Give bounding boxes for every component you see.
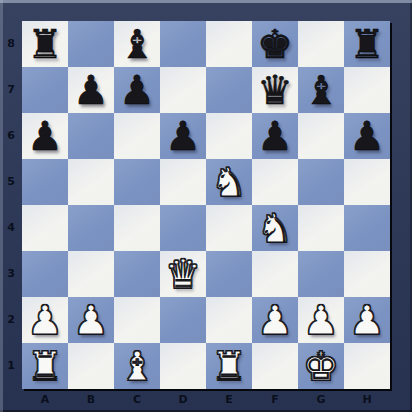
- square-d2[interactable]: [160, 297, 206, 343]
- piece-black-pawn-a6[interactable]: ♟: [27, 113, 63, 159]
- square-b3[interactable]: [68, 251, 114, 297]
- square-f3[interactable]: [252, 251, 298, 297]
- square-d7[interactable]: [160, 67, 206, 113]
- piece-black-pawn-b7[interactable]: ♟: [73, 67, 109, 113]
- file-label-b: B: [68, 391, 114, 409]
- square-a8[interactable]: ♜: [22, 21, 68, 67]
- square-h6[interactable]: ♟: [344, 113, 390, 159]
- rank-label-8: 8: [0, 21, 22, 67]
- square-c1[interactable]: ♝: [114, 343, 160, 389]
- square-e3[interactable]: [206, 251, 252, 297]
- square-d8[interactable]: [160, 21, 206, 67]
- square-b5[interactable]: [68, 159, 114, 205]
- square-f6[interactable]: ♟: [252, 113, 298, 159]
- piece-black-king-f8[interactable]: ♚: [257, 21, 293, 67]
- square-h1[interactable]: [344, 343, 390, 389]
- square-d5[interactable]: [160, 159, 206, 205]
- piece-white-pawn-a2[interactable]: ♟: [27, 297, 63, 343]
- piece-black-pawn-f6[interactable]: ♟: [257, 113, 293, 159]
- square-f4[interactable]: ♞: [252, 205, 298, 251]
- piece-white-pawn-g2[interactable]: ♟: [303, 297, 339, 343]
- piece-white-queen-d3[interactable]: ♛: [165, 251, 201, 297]
- square-h7[interactable]: [344, 67, 390, 113]
- square-b8[interactable]: [68, 21, 114, 67]
- square-h5[interactable]: [344, 159, 390, 205]
- board-frame: ♜♝♚♜♟♟♛♝♟♟♟♟♞♞♛♟♟♟♟♟♜♝♜♚ 87654321ABCDEFG…: [0, 0, 412, 412]
- piece-black-queen-f7[interactable]: ♛: [257, 67, 293, 113]
- file-label-c: C: [114, 391, 160, 409]
- piece-black-rook-a8[interactable]: ♜: [27, 21, 63, 67]
- file-label-f: F: [252, 391, 298, 409]
- square-g5[interactable]: [298, 159, 344, 205]
- file-label-h: H: [344, 391, 390, 409]
- file-label-g: G: [298, 391, 344, 409]
- square-e5[interactable]: ♞: [206, 159, 252, 205]
- square-e8[interactable]: [206, 21, 252, 67]
- square-b6[interactable]: [68, 113, 114, 159]
- square-c4[interactable]: [114, 205, 160, 251]
- square-d1[interactable]: [160, 343, 206, 389]
- piece-black-bishop-g7[interactable]: ♝: [303, 67, 339, 113]
- piece-white-pawn-h2[interactable]: ♟: [349, 297, 385, 343]
- square-a5[interactable]: [22, 159, 68, 205]
- file-label-e: E: [206, 391, 252, 409]
- square-g7[interactable]: ♝: [298, 67, 344, 113]
- square-d3[interactable]: ♛: [160, 251, 206, 297]
- piece-white-pawn-b2[interactable]: ♟: [73, 297, 109, 343]
- rank-label-6: 6: [0, 113, 22, 159]
- square-c5[interactable]: [114, 159, 160, 205]
- square-a4[interactable]: [22, 205, 68, 251]
- square-a2[interactable]: ♟: [22, 297, 68, 343]
- piece-white-king-g1[interactable]: ♚: [303, 343, 339, 389]
- square-d4[interactable]: [160, 205, 206, 251]
- square-c8[interactable]: ♝: [114, 21, 160, 67]
- file-label-d: D: [160, 391, 206, 409]
- square-h8[interactable]: ♜: [344, 21, 390, 67]
- square-f2[interactable]: ♟: [252, 297, 298, 343]
- square-c7[interactable]: ♟: [114, 67, 160, 113]
- square-a3[interactable]: [22, 251, 68, 297]
- square-e1[interactable]: ♜: [206, 343, 252, 389]
- square-h2[interactable]: ♟: [344, 297, 390, 343]
- piece-white-pawn-f2[interactable]: ♟: [257, 297, 293, 343]
- square-c2[interactable]: [114, 297, 160, 343]
- square-e2[interactable]: [206, 297, 252, 343]
- square-e7[interactable]: [206, 67, 252, 113]
- square-e4[interactable]: [206, 205, 252, 251]
- square-g6[interactable]: [298, 113, 344, 159]
- square-f8[interactable]: ♚: [252, 21, 298, 67]
- square-g4[interactable]: [298, 205, 344, 251]
- square-g2[interactable]: ♟: [298, 297, 344, 343]
- square-g1[interactable]: ♚: [298, 343, 344, 389]
- square-b1[interactable]: [68, 343, 114, 389]
- piece-white-bishop-c1[interactable]: ♝: [119, 343, 155, 389]
- square-g3[interactable]: [298, 251, 344, 297]
- rank-label-1: 1: [0, 343, 22, 389]
- piece-black-pawn-h6[interactable]: ♟: [349, 113, 385, 159]
- piece-white-rook-a1[interactable]: ♜: [27, 343, 63, 389]
- square-c3[interactable]: [114, 251, 160, 297]
- rank-label-5: 5: [0, 159, 22, 205]
- square-b7[interactable]: ♟: [68, 67, 114, 113]
- square-a6[interactable]: ♟: [22, 113, 68, 159]
- square-b2[interactable]: ♟: [68, 297, 114, 343]
- square-e6[interactable]: [206, 113, 252, 159]
- rank-label-2: 2: [0, 297, 22, 343]
- square-h3[interactable]: [344, 251, 390, 297]
- rank-label-7: 7: [0, 67, 22, 113]
- piece-black-bishop-c8[interactable]: ♝: [119, 21, 155, 67]
- piece-white-rook-e1[interactable]: ♜: [211, 343, 247, 389]
- piece-black-pawn-d6[interactable]: ♟: [165, 113, 201, 159]
- square-f7[interactable]: ♛: [252, 67, 298, 113]
- rank-label-4: 4: [0, 205, 22, 251]
- piece-white-knight-f4[interactable]: ♞: [257, 205, 293, 251]
- square-f5[interactable]: [252, 159, 298, 205]
- chess-board: ♜♝♚♜♟♟♛♝♟♟♟♟♞♞♛♟♟♟♟♟♜♝♜♚: [22, 21, 390, 389]
- square-h4[interactable]: [344, 205, 390, 251]
- square-c6[interactable]: [114, 113, 160, 159]
- piece-black-rook-h8[interactable]: ♜: [349, 21, 385, 67]
- square-f1[interactable]: [252, 343, 298, 389]
- piece-white-knight-e5[interactable]: ♞: [211, 159, 247, 205]
- file-label-a: A: [22, 391, 68, 409]
- square-b4[interactable]: [68, 205, 114, 251]
- square-d6[interactable]: ♟: [160, 113, 206, 159]
- piece-black-pawn-c7[interactable]: ♟: [119, 67, 155, 113]
- square-a7[interactable]: [22, 67, 68, 113]
- square-g8[interactable]: [298, 21, 344, 67]
- rank-label-3: 3: [0, 251, 22, 297]
- square-a1[interactable]: ♜: [22, 343, 68, 389]
